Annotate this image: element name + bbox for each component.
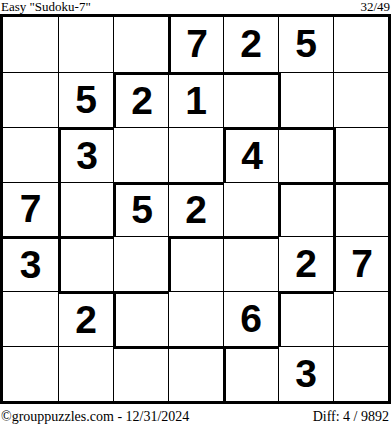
cell-r1c3[interactable] [113, 17, 168, 72]
cell-r3c2: 3 [58, 127, 113, 182]
cell-r6c5: 6 [223, 291, 278, 346]
cell-r6c1[interactable] [3, 291, 58, 346]
cell-r5c3[interactable] [113, 236, 168, 291]
cell-r1c2[interactable] [58, 17, 113, 72]
cell-r7c4[interactable] [168, 346, 223, 401]
cell-r4c7[interactable] [333, 182, 388, 237]
cell-r4c4: 2 [168, 182, 223, 237]
cell-r4c3: 5 [113, 182, 168, 237]
cell-r7c7[interactable] [333, 346, 388, 401]
cell-r5c1: 3 [3, 236, 58, 291]
cell-r4c5[interactable] [223, 182, 278, 237]
cell-r3c7[interactable] [333, 127, 388, 182]
puzzle-page: Easy "Sudoku-7" 32/49 72552134752327263 … [0, 0, 391, 426]
cell-r2c3: 2 [113, 72, 168, 127]
cell-r7c3[interactable] [113, 346, 168, 401]
cell-r6c7[interactable] [333, 291, 388, 346]
cell-r2c7[interactable] [333, 72, 388, 127]
cell-r4c6[interactable] [278, 182, 333, 237]
cell-r5c4[interactable] [168, 236, 223, 291]
cell-r6c3[interactable] [113, 291, 168, 346]
cell-r6c4[interactable] [168, 291, 223, 346]
cell-r1c7[interactable] [333, 17, 388, 72]
cell-r2c1[interactable] [3, 72, 58, 127]
cell-r2c2: 5 [58, 72, 113, 127]
cell-r6c6[interactable] [278, 291, 333, 346]
cell-r5c2[interactable] [58, 236, 113, 291]
cell-r3c4[interactable] [168, 127, 223, 182]
cell-r3c1[interactable] [3, 127, 58, 182]
cell-r7c6: 3 [278, 346, 333, 401]
cell-r7c1[interactable] [3, 346, 58, 401]
cell-r3c5: 4 [223, 127, 278, 182]
footer: ©grouppuzzles.com - 12/31/2024 Diff: 4 /… [0, 404, 391, 426]
cell-r2c6[interactable] [278, 72, 333, 127]
difficulty-label: Diff: 4 / 9892 [313, 409, 389, 424]
cell-r5c6: 2 [278, 236, 333, 291]
cell-r3c6[interactable] [278, 127, 333, 182]
cell-r2c4: 1 [168, 72, 223, 127]
cell-r1c4: 7 [168, 17, 223, 72]
page-title: Easy "Sudoku-7" [1, 0, 91, 13]
sudoku-board: 72552134752327263 [0, 14, 391, 404]
cell-r4c2[interactable] [58, 182, 113, 237]
cell-r2c5[interactable] [223, 72, 278, 127]
cell-r5c5[interactable] [223, 236, 278, 291]
cell-r1c6: 5 [278, 17, 333, 72]
cell-r1c5: 2 [223, 17, 278, 72]
copyright-date: ©grouppuzzles.com - 12/31/2024 [1, 409, 189, 424]
cell-r4c1: 7 [3, 182, 58, 237]
cell-r7c5[interactable] [223, 346, 278, 401]
cell-r5c7: 7 [333, 236, 388, 291]
header: Easy "Sudoku-7" 32/49 [0, 0, 391, 14]
cell-r1c1[interactable] [3, 17, 58, 72]
remaining-counter: 32/49 [360, 0, 390, 13]
cell-r3c3[interactable] [113, 127, 168, 182]
cell-r6c2: 2 [58, 291, 113, 346]
cell-r7c2[interactable] [58, 346, 113, 401]
